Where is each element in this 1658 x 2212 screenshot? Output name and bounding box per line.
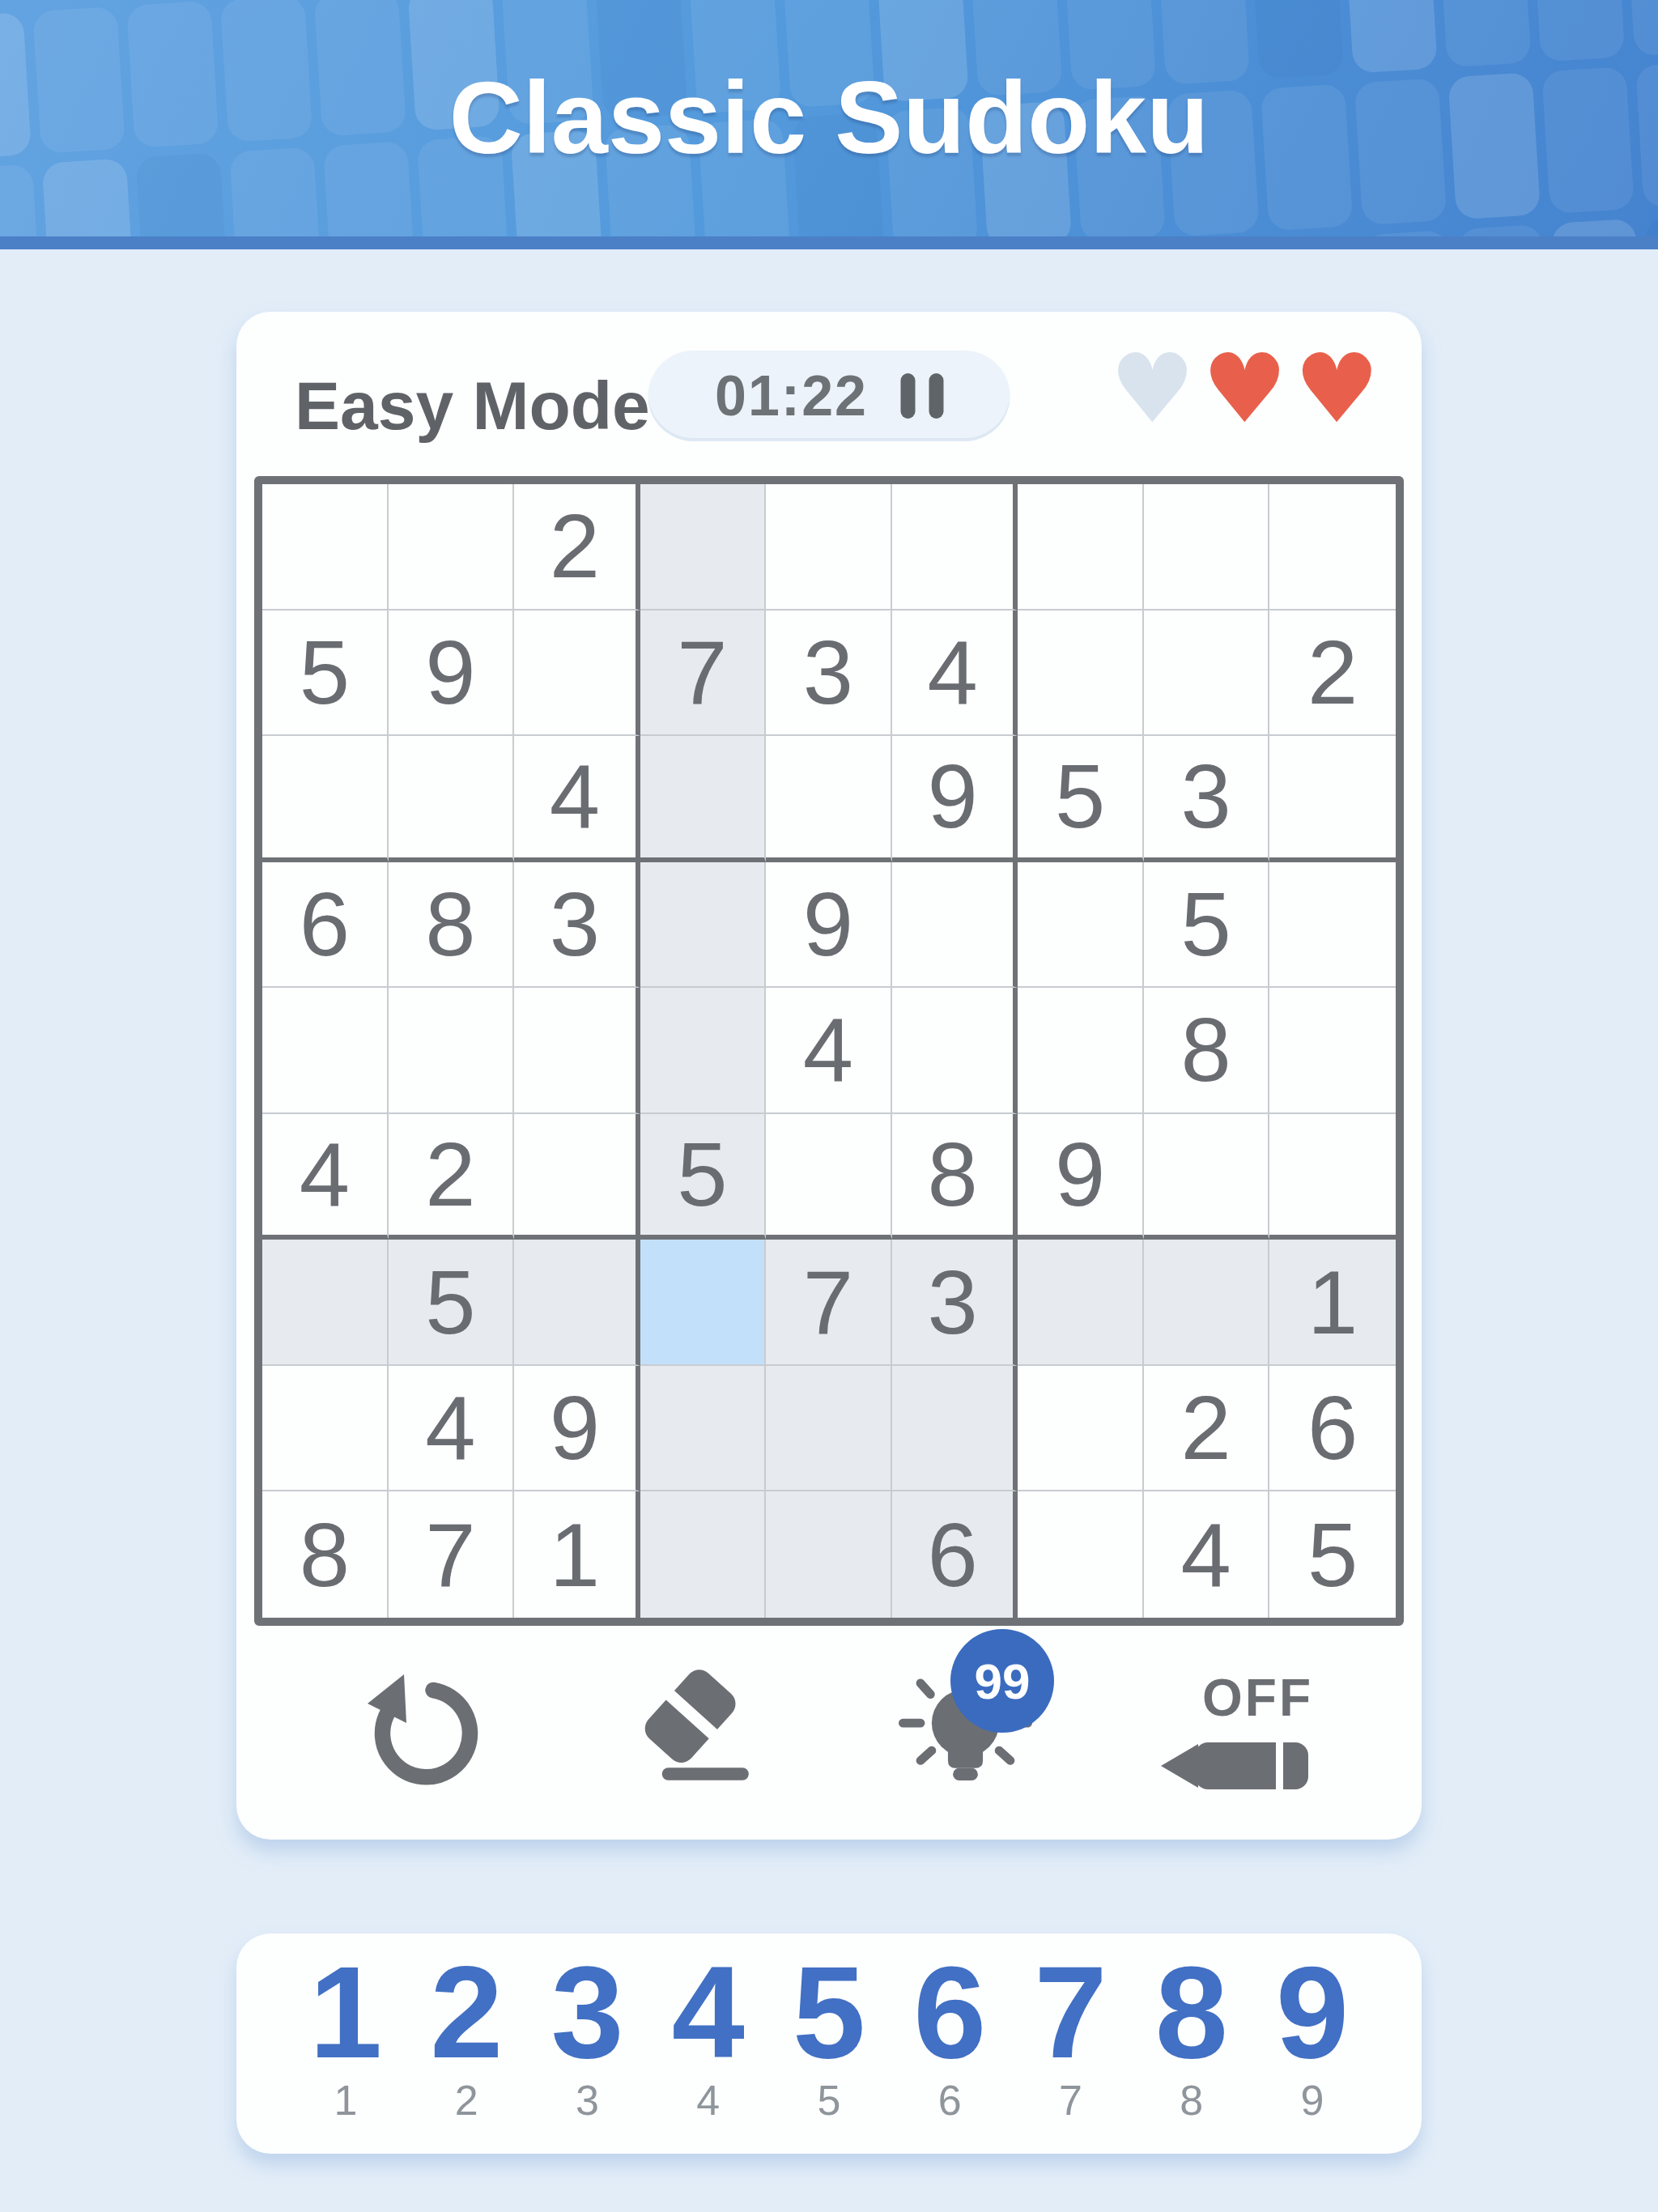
sudoku-cell-r8c4[interactable] (640, 1366, 767, 1492)
sudoku-cell-r2c3[interactable] (514, 610, 640, 737)
sudoku-cell-r7c5[interactable]: 7 (766, 1240, 892, 1366)
numpad-digit: 9 (1276, 1951, 1349, 2073)
numpad-key-6[interactable]: 66 (913, 1951, 986, 2154)
sudoku-cell-r5c2[interactable] (389, 988, 515, 1114)
sudoku-cell-r6c6[interactable]: 8 (892, 1114, 1018, 1240)
sudoku-cell-r6c8[interactable] (1144, 1114, 1270, 1240)
sudoku-cell-r7c2[interactable]: 5 (389, 1240, 515, 1366)
numpad-key-4[interactable]: 44 (672, 1951, 745, 2154)
sudoku-cell-r5c4[interactable] (640, 988, 767, 1114)
hint-button[interactable]: 99 (868, 1652, 1062, 1814)
header-strip (0, 236, 1658, 249)
sudoku-cell-r3c6[interactable]: 9 (892, 736, 1018, 862)
numpad-key-2[interactable]: 22 (430, 1951, 503, 2154)
hint-badge: 99 (950, 1629, 1054, 1733)
numpad-count: 6 (938, 2076, 962, 2125)
sudoku-cell-r5c6[interactable] (892, 988, 1018, 1114)
numpad-digit: 4 (672, 1951, 745, 2073)
numpad-count: 7 (1059, 2076, 1082, 2125)
pause-icon (900, 373, 915, 419)
sudoku-cell-r5c3[interactable] (514, 988, 640, 1114)
sudoku-cell-r2c8[interactable] (1144, 610, 1270, 737)
numpad-count: 9 (1300, 2076, 1324, 2125)
heart-icon: ♥ (1201, 341, 1287, 436)
numpad-key-1[interactable]: 11 (309, 1951, 382, 2154)
numpad-count: 3 (576, 2076, 599, 2125)
sudoku-cell-r7c4[interactable] (640, 1240, 767, 1366)
numpad-key-7[interactable]: 77 (1034, 1951, 1107, 2154)
numpad-digit: 3 (551, 1951, 623, 2073)
sudoku-cell-r8c2[interactable]: 4 (389, 1366, 515, 1492)
sudoku-cell-r9c5[interactable] (766, 1491, 892, 1618)
page-title: Classic Sudoku (0, 0, 1658, 236)
sudoku-cell-r9c4[interactable] (640, 1491, 767, 1618)
sudoku-cell-r6c9[interactable] (1269, 1114, 1396, 1240)
numpad-digit: 6 (913, 1951, 986, 2073)
sudoku-cell-r6c5[interactable] (766, 1114, 892, 1240)
sudoku-cell-r8c5[interactable] (766, 1366, 892, 1492)
hearts-container: ♥♥♥ (1110, 341, 1380, 436)
pencil-mode-label: OFF (1202, 1668, 1313, 1728)
numpad-count: 8 (1180, 2076, 1203, 2125)
sudoku-cell-r8c3[interactable]: 9 (514, 1366, 640, 1492)
sudoku-cell-r4c8[interactable]: 5 (1144, 862, 1270, 989)
pause-button[interactable] (900, 373, 943, 419)
timer-pill: 01:22 (648, 351, 1010, 441)
numpad-count: 4 (696, 2076, 720, 2125)
sudoku-cell-r2c5[interactable]: 3 (766, 610, 892, 737)
sudoku-cell-r4c6[interactable] (892, 862, 1018, 989)
sudoku-cell-r2c4[interactable]: 7 (640, 610, 767, 737)
sudoku-cell-r1c5[interactable] (766, 484, 892, 610)
pencil-icon (1156, 1734, 1318, 1797)
sudoku-cell-r8c7[interactable] (1018, 1366, 1144, 1492)
game-card: Easy Mode 01:22 ♥♥♥ 25973424953683954842… (236, 312, 1422, 1840)
sudoku-cell-r7c3[interactable] (514, 1240, 640, 1366)
sudoku-cell-r2c6[interactable]: 4 (892, 610, 1018, 737)
numpad-count: 1 (334, 2076, 358, 2125)
pause-icon (929, 373, 943, 419)
sudoku-cell-r8c8[interactable]: 2 (1144, 1366, 1270, 1492)
sudoku-cell-r5c9[interactable] (1269, 988, 1396, 1114)
sudoku-grid: 2597342495368395484258957314926871645 (254, 476, 1404, 1626)
sudoku-cell-r3c8[interactable]: 3 (1144, 736, 1270, 862)
numpad-key-3[interactable]: 33 (551, 1951, 623, 2154)
sudoku-cell-r5c7[interactable] (1018, 988, 1144, 1114)
sudoku-cell-r8c6[interactable] (892, 1366, 1018, 1492)
numpad-digit: 2 (430, 1951, 503, 2073)
sudoku-cell-r1c3[interactable]: 2 (514, 484, 640, 610)
sudoku-cell-r7c9[interactable]: 1 (1269, 1240, 1396, 1366)
sudoku-cell-r4c5[interactable]: 9 (766, 862, 892, 989)
sudoku-cell-r5c8[interactable]: 8 (1144, 988, 1270, 1114)
timer-value: 01:22 (715, 364, 868, 428)
sudoku-cell-r9c6[interactable]: 6 (892, 1491, 1018, 1618)
sudoku-cell-r6c4[interactable]: 5 (640, 1114, 767, 1240)
toolbar: 99 OFF (236, 1652, 1422, 1814)
sudoku-cell-r1c2[interactable] (389, 484, 515, 610)
sudoku-cell-r4c1[interactable]: 6 (262, 862, 389, 989)
sudoku-cell-r9c3[interactable]: 1 (514, 1491, 640, 1618)
sudoku-cell-r5c1[interactable] (262, 988, 389, 1114)
sudoku-cell-r4c7[interactable] (1018, 862, 1144, 989)
sudoku-cell-r2c9[interactable]: 2 (1269, 610, 1396, 737)
sudoku-cell-r3c2[interactable] (389, 736, 515, 862)
sudoku-cell-r6c3[interactable] (514, 1114, 640, 1240)
sudoku-cell-r1c6[interactable] (892, 484, 1018, 610)
numpad-count: 5 (818, 2076, 841, 2125)
sudoku-cell-r3c4[interactable] (640, 736, 767, 862)
sudoku-cell-r8c1[interactable] (262, 1366, 389, 1492)
sudoku-cell-r9c8[interactable]: 4 (1144, 1491, 1270, 1618)
app-screen: Classic Sudoku Easy Mode 01:22 ♥♥♥ 25973… (0, 0, 1658, 2212)
sudoku-cell-r1c8[interactable] (1144, 484, 1270, 610)
numpad-count: 2 (455, 2076, 478, 2125)
sudoku-cell-r3c1[interactable] (262, 736, 389, 862)
sudoku-cell-r6c1[interactable]: 4 (262, 1114, 389, 1240)
numpad-digit: 1 (309, 1951, 382, 2073)
sudoku-cell-r3c7[interactable]: 5 (1018, 736, 1144, 862)
sudoku-cell-r9c1[interactable]: 8 (262, 1491, 389, 1618)
sudoku-cell-r3c9[interactable] (1269, 736, 1396, 862)
sudoku-cell-r1c9[interactable] (1269, 484, 1396, 610)
sudoku-cell-r6c2[interactable]: 2 (389, 1114, 515, 1240)
numpad-key-5[interactable]: 55 (793, 1951, 865, 2154)
sudoku-cell-r5c5[interactable]: 4 (766, 988, 892, 1114)
sudoku-cell-r7c1[interactable] (262, 1240, 389, 1366)
undo-button[interactable] (324, 1652, 518, 1814)
sudoku-cell-r3c5[interactable] (766, 736, 892, 862)
sudoku-cell-r6c7[interactable]: 9 (1018, 1114, 1144, 1240)
sudoku-cell-r3c3[interactable]: 4 (514, 736, 640, 862)
sudoku-cell-r4c9[interactable] (1269, 862, 1396, 989)
sudoku-cell-r4c3[interactable]: 3 (514, 862, 640, 989)
sudoku-cell-r1c4[interactable] (640, 484, 767, 610)
heart-icon: ♥ (1294, 341, 1380, 436)
eraser-button[interactable] (596, 1652, 790, 1814)
mode-label: Easy Mode (295, 367, 650, 445)
sudoku-cell-r2c1[interactable]: 5 (262, 610, 389, 737)
heart-lost-icon: ♥ (1110, 341, 1196, 436)
app-header: Classic Sudoku (0, 0, 1658, 236)
numpad-key-8[interactable]: 88 (1155, 1951, 1228, 2154)
sudoku-cell-r4c2[interactable]: 8 (389, 862, 515, 989)
eraser-icon (624, 1664, 762, 1802)
sudoku-cell-r9c7[interactable] (1018, 1491, 1144, 1618)
undo-icon (360, 1672, 482, 1793)
pencil-button[interactable]: OFF (1140, 1652, 1334, 1814)
numpad-digit: 7 (1034, 1951, 1107, 2073)
numpad-digit: 8 (1155, 1951, 1228, 2073)
numpad-digit: 5 (793, 1951, 865, 2073)
numpad: 112233445566778899 (236, 1933, 1422, 2154)
sudoku-cell-r7c8[interactable] (1144, 1240, 1270, 1366)
sudoku-cell-r9c9[interactable]: 5 (1269, 1491, 1396, 1618)
sudoku-cell-r2c2[interactable]: 9 (389, 610, 515, 737)
sudoku-cell-r4c4[interactable] (640, 862, 767, 989)
numpad-key-9[interactable]: 99 (1276, 1951, 1349, 2154)
sudoku-cell-r2c7[interactable] (1018, 610, 1144, 737)
sudoku-cell-r1c1[interactable] (262, 484, 389, 610)
sudoku-cell-r1c7[interactable] (1018, 484, 1144, 610)
sudoku-cell-r9c2[interactable]: 7 (389, 1491, 515, 1618)
sudoku-cell-r7c6[interactable]: 3 (892, 1240, 1018, 1366)
sudoku-cell-r7c7[interactable] (1018, 1240, 1144, 1366)
sudoku-cell-r8c9[interactable]: 6 (1269, 1366, 1396, 1492)
